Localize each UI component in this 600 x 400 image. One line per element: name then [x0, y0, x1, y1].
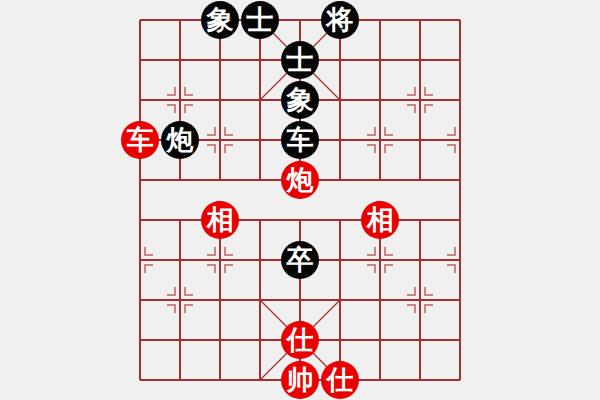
piece-red-elephant[interactable]: 相: [201, 201, 239, 239]
piece-red-cannon[interactable]: 炮: [281, 161, 319, 199]
piece-red-advisor[interactable]: 仕: [281, 321, 319, 359]
piece-black-cannon[interactable]: 炮: [161, 121, 199, 159]
xiangqi-app: 象士将士象车炮车炮相相卒仕帅仕: [0, 0, 600, 400]
piece-black-advisor[interactable]: 士: [241, 1, 279, 39]
piece-black-elephant[interactable]: 象: [201, 1, 239, 39]
piece-black-chariot[interactable]: 车: [281, 121, 319, 159]
piece-red-elephant[interactable]: 相: [361, 201, 399, 239]
piece-red-general[interactable]: 帅: [281, 361, 319, 399]
piece-black-general[interactable]: 将: [321, 1, 359, 39]
xiangqi-board[interactable]: 象士将士象车炮车炮相相卒仕帅仕: [120, 0, 480, 400]
piece-red-chariot[interactable]: 车: [121, 121, 159, 159]
piece-black-advisor[interactable]: 士: [281, 41, 319, 79]
piece-black-soldier[interactable]: 卒: [281, 241, 319, 279]
piece-red-advisor[interactable]: 仕: [321, 361, 359, 399]
piece-black-elephant[interactable]: 象: [281, 81, 319, 119]
